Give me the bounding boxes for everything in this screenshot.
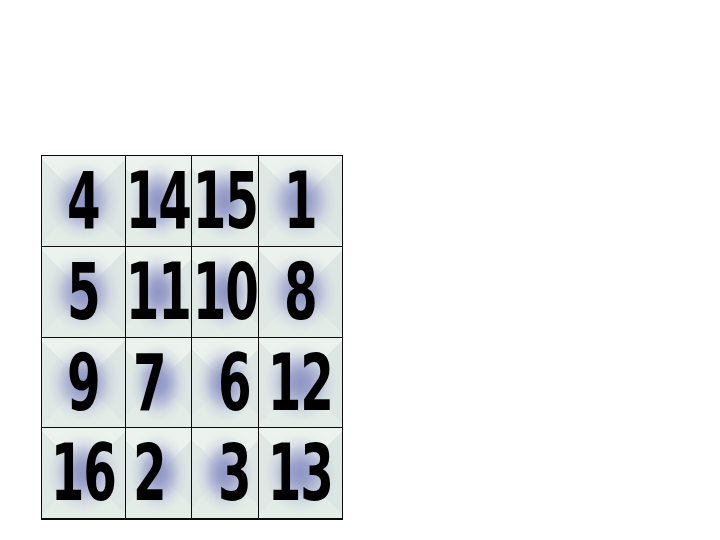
cell-value: 8 bbox=[284, 253, 316, 331]
cell-value: 11 bbox=[126, 253, 191, 331]
magic-square-board: 4 14 15 1 5 11 10 8 9 7 6 12 16 2 3 13 bbox=[41, 155, 343, 520]
cell-r2c3: 10 bbox=[192, 247, 259, 338]
cell-r3c3: 6 bbox=[192, 338, 259, 428]
cell-value: 15 bbox=[193, 162, 258, 240]
cell-value: 1 bbox=[284, 162, 316, 240]
cell-r2c1: 5 bbox=[42, 247, 126, 338]
cell-r4c4: 13 bbox=[259, 428, 342, 518]
cell-value: 10 bbox=[193, 253, 258, 331]
cell-r2c2: 11 bbox=[126, 247, 192, 338]
cell-r3c1: 9 bbox=[42, 338, 126, 428]
cell-r4c1: 16 bbox=[42, 428, 126, 518]
cell-r1c4: 1 bbox=[259, 156, 342, 247]
cell-value: 4 bbox=[67, 162, 99, 240]
cell-r4c3: 3 bbox=[192, 428, 259, 518]
cell-r2c4: 8 bbox=[259, 247, 342, 338]
cell-r1c1: 4 bbox=[42, 156, 126, 247]
cell-value: 9 bbox=[67, 344, 99, 422]
cell-r3c2: 7 bbox=[126, 338, 192, 428]
slide-page: 4 14 15 1 5 11 10 8 9 7 6 12 16 2 3 13 bbox=[0, 0, 720, 540]
cell-value: 16 bbox=[51, 434, 116, 512]
cell-value: 12 bbox=[268, 344, 333, 422]
cell-value: 5 bbox=[67, 253, 99, 331]
cell-value: 14 bbox=[126, 162, 191, 240]
cell-r1c3: 15 bbox=[192, 156, 259, 247]
cell-value: 2 bbox=[133, 434, 165, 512]
cell-r4c2: 2 bbox=[126, 428, 192, 518]
cell-r1c2: 14 bbox=[126, 156, 192, 247]
cell-value: 13 bbox=[268, 434, 333, 512]
cell-value: 3 bbox=[218, 434, 250, 512]
cell-value: 6 bbox=[218, 344, 250, 422]
cell-value: 7 bbox=[133, 344, 165, 422]
cell-r3c4: 12 bbox=[259, 338, 342, 428]
